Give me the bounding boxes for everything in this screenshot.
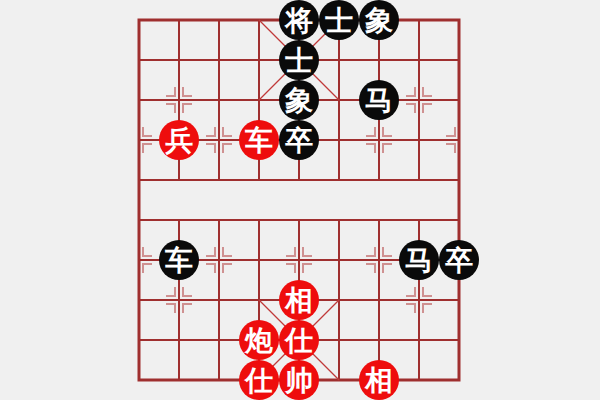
piece-red-cannon[interactable]: 炮 [239,320,279,360]
board-point-g4[interactable] [359,200,399,240]
board-point-h9[interactable] [399,0,439,40]
board-point-g7[interactable]: 马 [359,80,399,120]
piece-red-advisor[interactable]: 仕 [239,360,279,400]
board-point-h1[interactable] [399,320,439,360]
board-point-b5[interactable] [159,160,199,200]
board-point-i8[interactable] [439,40,479,80]
piece-black-horse[interactable]: 马 [399,240,439,280]
board-point-b3[interactable]: 车 [159,240,199,280]
board-point-h0[interactable] [399,360,439,400]
xiangqi-board: 将士象士象马兵车卒车马卒相炮仕仕帅相 [0,0,600,400]
piece-red-elephant[interactable]: 相 [359,360,399,400]
board-point-a9[interactable] [119,0,159,40]
board-point-d3[interactable] [239,240,279,280]
piece-black-advisor[interactable]: 士 [279,40,319,80]
board-point-c0[interactable] [199,360,239,400]
piece-black-soldier[interactable]: 卒 [439,240,479,280]
board-point-c9[interactable] [199,0,239,40]
piece-black-advisor[interactable]: 士 [319,0,359,40]
board-point-d8[interactable] [239,40,279,80]
board-point-i0[interactable] [439,360,479,400]
board-point-d4[interactable] [239,200,279,240]
board-point-b8[interactable] [159,40,199,80]
board-point-g2[interactable] [359,280,399,320]
board-point-g0[interactable]: 相 [359,360,399,400]
board-point-c8[interactable] [199,40,239,80]
board-point-h3[interactable]: 马 [399,240,439,280]
board-point-h4[interactable] [399,200,439,240]
board-point-g3[interactable] [359,240,399,280]
board-point-b2[interactable] [159,280,199,320]
piece-black-horse[interactable]: 马 [359,80,399,120]
board-point-a4[interactable] [119,200,159,240]
board-point-g1[interactable] [359,320,399,360]
board-point-d0[interactable]: 仕 [239,360,279,400]
board-point-e6[interactable]: 卒 [279,120,319,160]
board-point-e9[interactable]: 将 [279,0,319,40]
board-point-f7[interactable] [319,80,359,120]
board-point-g8[interactable] [359,40,399,80]
board-point-d5[interactable] [239,160,279,200]
board-point-f1[interactable] [319,320,359,360]
board-point-i3[interactable]: 卒 [439,240,479,280]
board-point-d2[interactable] [239,280,279,320]
board-point-a2[interactable] [119,280,159,320]
board-point-a5[interactable] [119,160,159,200]
board-point-e4[interactable] [279,200,319,240]
piece-red-general[interactable]: 帅 [279,360,319,400]
board-point-a1[interactable] [119,320,159,360]
board-point-h2[interactable] [399,280,439,320]
board-point-e5[interactable] [279,160,319,200]
piece-red-soldier[interactable]: 兵 [159,120,199,160]
piece-red-advisor[interactable]: 仕 [279,320,319,360]
board-point-a8[interactable] [119,40,159,80]
board-point-b9[interactable] [159,0,199,40]
board-point-a6[interactable] [119,120,159,160]
board-point-i6[interactable] [439,120,479,160]
board-point-c6[interactable] [199,120,239,160]
board-point-c7[interactable] [199,80,239,120]
board-point-i7[interactable] [439,80,479,120]
board-point-i4[interactable] [439,200,479,240]
board-point-d1[interactable]: 炮 [239,320,279,360]
piece-black-general[interactable]: 将 [279,0,319,40]
board-point-d7[interactable] [239,80,279,120]
piece-layer: 将士象士象马兵车卒车马卒相炮仕仕帅相 [119,0,479,400]
board-point-b0[interactable] [159,360,199,400]
board-point-h7[interactable] [399,80,439,120]
piece-red-elephant[interactable]: 相 [279,280,319,320]
board-point-f4[interactable] [319,200,359,240]
board-point-i9[interactable] [439,0,479,40]
board-point-d9[interactable] [239,0,279,40]
piece-black-elephant[interactable]: 象 [279,80,319,120]
piece-black-soldier[interactable]: 卒 [279,120,319,160]
board-point-c2[interactable] [199,280,239,320]
board-point-h8[interactable] [399,40,439,80]
board-point-c1[interactable] [199,320,239,360]
board-point-h6[interactable] [399,120,439,160]
board-point-f3[interactable] [319,240,359,280]
board-point-c5[interactable] [199,160,239,200]
board-point-h5[interactable] [399,160,439,200]
board-point-b7[interactable] [159,80,199,120]
board-point-i2[interactable] [439,280,479,320]
piece-black-elephant[interactable]: 象 [359,0,399,40]
board-point-c4[interactable] [199,200,239,240]
board-point-d6[interactable]: 车 [239,120,279,160]
board-point-i1[interactable] [439,320,479,360]
board-point-e7[interactable]: 象 [279,80,319,120]
board-point-b4[interactable] [159,200,199,240]
board-point-b1[interactable] [159,320,199,360]
board-point-g5[interactable] [359,160,399,200]
board-point-e1[interactable]: 仕 [279,320,319,360]
board-point-e2[interactable]: 相 [279,280,319,320]
board-point-c3[interactable] [199,240,239,280]
board-point-b6[interactable]: 兵 [159,120,199,160]
board-point-a0[interactable] [119,360,159,400]
board-point-e0[interactable]: 帅 [279,360,319,400]
board-point-f5[interactable] [319,160,359,200]
board-point-g9[interactable]: 象 [359,0,399,40]
board-point-f2[interactable] [319,280,359,320]
board-point-e3[interactable] [279,240,319,280]
piece-black-chariot[interactable]: 车 [159,240,199,280]
board-point-f9[interactable]: 士 [319,0,359,40]
board-point-i5[interactable] [439,160,479,200]
board-point-f6[interactable] [319,120,359,160]
board-point-e8[interactable]: 士 [279,40,319,80]
board-point-g6[interactable] [359,120,399,160]
board-point-f8[interactable] [319,40,359,80]
board-point-a3[interactable] [119,240,159,280]
board-point-f0[interactable] [319,360,359,400]
piece-red-chariot[interactable]: 车 [239,120,279,160]
board-point-a7[interactable] [119,80,159,120]
